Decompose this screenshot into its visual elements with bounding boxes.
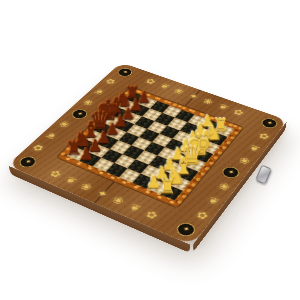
board-square: ♜: [67, 147, 89, 161]
metal-latch: [255, 164, 272, 184]
black-knight: ♞: [73, 129, 91, 149]
white-bishop: ♝: [197, 129, 217, 151]
medallion-icon: ✦: [115, 67, 135, 78]
black-rook: ♜: [124, 84, 139, 101]
product-photo-canvas: { "game": "chess", "scene_description": …: [0, 0, 300, 300]
medallion-icon: ✦: [259, 117, 280, 130]
medallion-icon: ✦: [174, 221, 199, 239]
medallion-rosette: ✦: [265, 120, 274, 126]
chess-board: ✿ ❦ ❀ ✦ ❀ ❦ ✿ ✿ ❦ ❀ ✦ ❀ ❦ ✿ ✿ ❦ ❀ ✦ ❀ ❦ …: [7, 62, 287, 245]
medallion-icon: ✦: [16, 155, 39, 170]
board-square: ♟: [171, 152, 192, 166]
photo-scene: ✿ ❦ ❀ ✦ ❀ ❦ ✿ ✿ ❦ ❀ ✦ ❀ ❦ ✿ ✿ ❦ ❀ ✦ ❀ ❦ …: [0, 0, 300, 300]
medallion-rosette: ✦: [120, 70, 129, 75]
checkerboard-grid: ♜♟♟♜♞♟♟♞♝♟♟♝♚♟♟♚♛♟♟♛♝♟♟♝♞♟♟♞♜♟♟♜: [67, 92, 234, 200]
board-square: [114, 154, 136, 168]
wooden-board-top: ✿ ❦ ❀ ✦ ❀ ❦ ✿ ✿ ❦ ❀ ✦ ❀ ❦ ✿ ✿ ❦ ❀ ✦ ❀ ❦ …: [7, 62, 287, 245]
white-pawn: ♟: [201, 113, 215, 129]
medallion-rosette: ✦: [22, 158, 33, 165]
board-square: ♟: [193, 127, 213, 140]
medallion-rosette: ✦: [180, 225, 191, 233]
black-rook: ♜: [65, 139, 82, 157]
board-square: [173, 130, 194, 143]
